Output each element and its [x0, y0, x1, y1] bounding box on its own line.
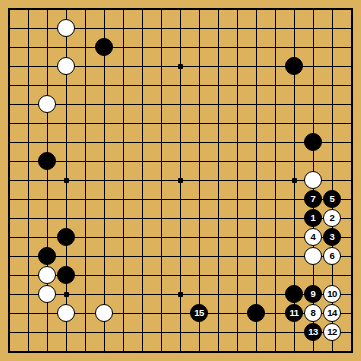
- stone-black: [285, 57, 303, 75]
- stone-white: [38, 95, 56, 113]
- stone-black: [57, 266, 75, 284]
- stone-white: [95, 304, 113, 322]
- move-stone-black-11: 11: [285, 304, 303, 322]
- stone-white: [38, 285, 56, 303]
- move-stone-black-3: 3: [323, 228, 341, 246]
- move-stone-black-15: 15: [190, 304, 208, 322]
- stones-layer: 751243691015118141312: [0, 0, 361, 361]
- stone-black: [285, 285, 303, 303]
- move-stone-black-5: 5: [323, 190, 341, 208]
- move-stone-white-12: 12: [323, 323, 341, 341]
- move-stone-white-8: 8: [304, 304, 322, 322]
- move-stone-black-13: 13: [304, 323, 322, 341]
- move-stone-white-14: 14: [323, 304, 341, 322]
- move-stone-black-9: 9: [304, 285, 322, 303]
- stone-black: [38, 152, 56, 170]
- move-stone-white-4: 4: [304, 228, 322, 246]
- move-stone-white-2: 2: [323, 209, 341, 227]
- go-board[interactable]: 751243691015118141312: [0, 0, 361, 361]
- stone-black: [57, 228, 75, 246]
- stone-black: [247, 304, 265, 322]
- stone-black: [304, 133, 322, 151]
- move-stone-white-6: 6: [323, 247, 341, 265]
- move-stone-white-10: 10: [323, 285, 341, 303]
- stone-white: [57, 57, 75, 75]
- stone-white: [304, 247, 322, 265]
- move-stone-black-1: 1: [304, 209, 322, 227]
- stone-black: [95, 38, 113, 56]
- stone-white: [57, 19, 75, 37]
- stone-black: [38, 247, 56, 265]
- move-stone-black-7: 7: [304, 190, 322, 208]
- stone-white: [304, 171, 322, 189]
- stone-white: [57, 304, 75, 322]
- stone-white: [38, 266, 56, 284]
